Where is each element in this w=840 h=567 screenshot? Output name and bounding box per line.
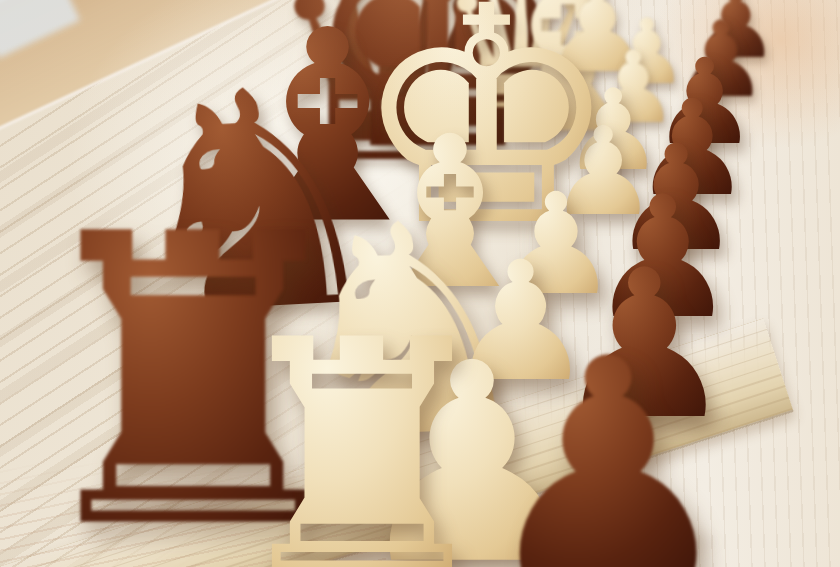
light-rook: ♜ [219,298,506,567]
dark-pawn: ♟ [476,320,740,567]
corner-light-glint [0,0,80,58]
chess-set-photo-scene: ♛♚♛♝♟♟♟♟♟♝♟♟♟♟♚♞♟♝♟♟♞♟♟♜♟♜♟ [0,0,840,567]
